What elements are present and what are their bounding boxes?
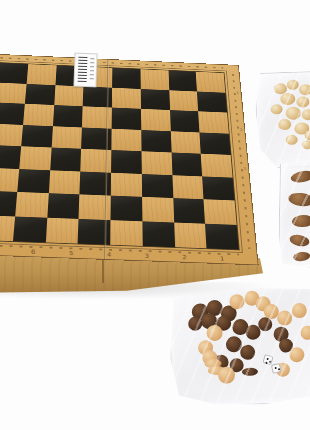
board-square <box>141 130 171 153</box>
chess-piece-light <box>280 93 295 106</box>
board-square <box>111 172 142 196</box>
checker-disc-light <box>292 303 308 319</box>
board-square <box>202 176 234 200</box>
board-square <box>112 68 140 89</box>
board-square <box>170 131 201 154</box>
die-pip <box>274 367 276 369</box>
ruler-number: 3 <box>243 166 246 171</box>
board-square <box>26 64 56 85</box>
die-pip <box>269 361 271 363</box>
checker-disc-light <box>300 326 310 340</box>
ruler-number: 2 <box>182 254 186 261</box>
board-square <box>0 167 19 192</box>
board-square <box>142 197 174 222</box>
board-square <box>53 105 83 127</box>
die <box>262 354 273 365</box>
board-square <box>0 102 25 124</box>
chess-piece-dark <box>292 215 310 228</box>
chess-piece-dark <box>289 233 310 248</box>
board-square <box>141 151 172 175</box>
board-square <box>141 89 170 110</box>
chess-piece-dark <box>290 169 310 184</box>
checker-disc-dark <box>188 316 202 330</box>
board-square <box>0 123 23 146</box>
board-square <box>19 146 51 170</box>
board-square <box>45 217 78 243</box>
board-square <box>201 154 233 178</box>
board-square <box>25 84 55 105</box>
barcode-lines <box>78 57 88 82</box>
chess-board: 654321 123 <box>0 0 260 260</box>
bag-dark-chess-pieces <box>278 158 310 269</box>
chess-piece-light <box>270 104 282 114</box>
checker-disc-light <box>206 325 223 342</box>
board-square <box>54 85 84 106</box>
chess-piece-light <box>278 119 291 130</box>
board-square <box>110 196 142 221</box>
board-inner-frame <box>0 62 240 250</box>
board-square <box>170 110 200 132</box>
product-photo: 654321 123 <box>0 0 310 430</box>
ruler-number: 5 <box>69 250 73 257</box>
chess-piece-light <box>286 135 298 145</box>
board-square <box>0 63 28 84</box>
chess-piece-light <box>304 130 310 140</box>
board-square <box>13 216 47 242</box>
chess-piece-dark <box>293 251 310 262</box>
board-square <box>112 87 141 108</box>
board-square <box>51 126 82 149</box>
checker-disc-light <box>289 347 305 363</box>
board-square <box>198 111 228 133</box>
ruler-number: 2 <box>240 127 243 131</box>
die-pip <box>265 362 267 364</box>
board-square <box>47 193 80 218</box>
chess-piece-light <box>302 140 310 149</box>
board-square <box>142 221 174 247</box>
checker-disc-dark <box>242 368 258 377</box>
board-square <box>196 72 225 93</box>
board-square <box>15 192 48 217</box>
board-square <box>173 198 205 223</box>
board-top-face: 654321 123 <box>0 53 259 265</box>
board-square <box>200 132 231 155</box>
ruler-number: 4 <box>107 251 111 258</box>
chess-piece-light <box>299 84 310 95</box>
board-square <box>48 170 80 194</box>
board-square <box>168 70 197 91</box>
checker-disc-dark <box>258 317 272 331</box>
checker-disc-light <box>277 310 293 326</box>
chess-piece-light <box>286 106 301 120</box>
board-square <box>110 220 142 246</box>
board-square <box>197 91 227 112</box>
bag-checkers-and-dice <box>168 284 310 407</box>
chess-piece-light <box>287 80 299 90</box>
chess-piece-light <box>296 96 309 107</box>
ruler-number: 6 <box>31 249 36 256</box>
checker-disc-light <box>218 366 236 384</box>
checker-disc-light <box>229 294 245 310</box>
bag-light-chess-pieces <box>254 71 310 169</box>
barcode-sticker <box>73 53 97 88</box>
board-square <box>0 82 26 103</box>
board-square <box>205 223 238 249</box>
board-square <box>21 125 53 148</box>
ruler-number: 3 <box>145 253 149 260</box>
chess-piece-light <box>302 109 310 120</box>
board-square <box>174 222 207 248</box>
ruler-number: 1 <box>220 255 225 262</box>
board-square <box>111 128 141 151</box>
chess-piece-dark <box>288 192 310 208</box>
ruler-number: 1 <box>236 91 239 95</box>
board-square <box>112 108 141 130</box>
board-square <box>140 69 169 90</box>
board-square <box>142 174 173 198</box>
board-square <box>111 150 142 174</box>
board-square <box>169 90 198 111</box>
board-square <box>141 109 171 131</box>
board-square <box>171 152 202 176</box>
board-grid <box>0 63 239 250</box>
board-square <box>172 175 204 199</box>
board-square <box>204 199 237 224</box>
board-square <box>0 145 21 169</box>
barcode-text-lines <box>90 58 95 81</box>
board-square <box>50 147 82 171</box>
die-pip <box>278 368 280 370</box>
board-square <box>17 169 50 193</box>
checker-disc-dark <box>240 345 256 361</box>
board-square <box>23 104 54 126</box>
